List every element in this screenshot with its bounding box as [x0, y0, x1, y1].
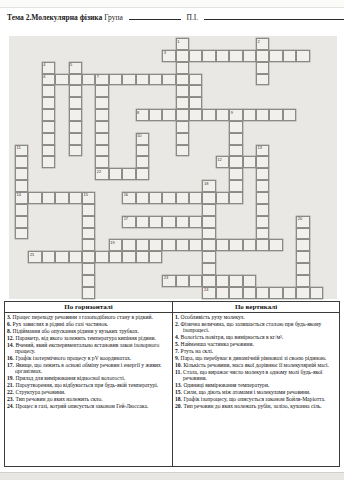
grid-cell[interactable]: [15, 228, 28, 240]
down-header: По вертикалі: [173, 302, 339, 313]
grid-cell[interactable]: [122, 239, 135, 251]
grid-cell[interactable]: [243, 239, 256, 251]
grid-cell[interactable]: [109, 168, 122, 180]
grid-cell[interactable]: [136, 156, 149, 168]
grid-cell[interactable]: [82, 287, 95, 299]
grid-cell[interactable]: [136, 74, 149, 86]
grid-cell[interactable]: [162, 109, 175, 121]
grid-cell[interactable]: [176, 275, 189, 287]
grid-cell[interactable]: [189, 85, 202, 97]
grid-cell[interactable]: [176, 62, 189, 74]
grid-cell[interactable]: [216, 50, 229, 62]
grid-cell[interactable]: 12: [216, 156, 229, 168]
grid-cell[interactable]: [42, 121, 55, 133]
clue-number: 22: [97, 169, 101, 174]
grid-cell[interactable]: [283, 287, 296, 299]
down-clue-list: 1. Особливість руху молекул.2. Фізична в…: [173, 313, 339, 410]
grid-cell[interactable]: [28, 192, 41, 204]
grid-cell[interactable]: [189, 97, 202, 109]
grid-cell[interactable]: 13: [256, 145, 269, 157]
clue-item: 5. Найменша частинка речовини.: [175, 341, 337, 347]
grid-cell[interactable]: [202, 239, 215, 251]
clue-item: 22. Структура речовини.: [7, 389, 170, 395]
grid-cell[interactable]: 7: [95, 74, 108, 86]
grid-cell[interactable]: [176, 192, 189, 204]
grid-cell[interactable]: [42, 85, 55, 97]
grid-cell[interactable]: [149, 109, 162, 121]
grid-cell[interactable]: [42, 145, 55, 157]
grid-cell[interactable]: 11: [15, 145, 28, 157]
name-blank-line[interactable]: [204, 11, 344, 20]
grid-cell[interactable]: [296, 287, 309, 299]
grid-cell[interactable]: [229, 180, 242, 192]
grid-cell[interactable]: [176, 121, 189, 133]
across-clues-column: По горизонталі 3. Процес переходу речови…: [5, 302, 172, 466]
grid-cell[interactable]: [149, 239, 162, 251]
clue-item: 16. Графік ізотермічного процесу в pV ко…: [7, 355, 170, 361]
clue-number: 10: [137, 133, 141, 138]
grid-cell[interactable]: [202, 228, 215, 240]
grid-cell[interactable]: 2: [256, 38, 269, 50]
grid-cell[interactable]: [122, 168, 135, 180]
grid-cell[interactable]: [95, 97, 108, 109]
clue-number: 19: [110, 240, 114, 245]
clue-item: 12. Параметр, від якого залежить темпера…: [7, 335, 170, 341]
clue-number: 24: [204, 287, 208, 292]
grid-cell[interactable]: [162, 216, 175, 228]
grid-cell[interactable]: [189, 109, 202, 121]
grid-cell[interactable]: [256, 156, 269, 168]
grid-cell[interactable]: [269, 287, 282, 299]
clue-item: 20. Тип речовин до яких належать рубін, …: [175, 403, 337, 409]
grid-cell[interactable]: [256, 62, 269, 74]
clue-number: 16: [124, 192, 128, 197]
clue-item: 4. Вологість повітря, що вимірюється в к…: [175, 334, 337, 340]
grid-cell[interactable]: [15, 204, 28, 216]
grid-cell[interactable]: 5: [69, 62, 82, 74]
grid-cell[interactable]: [95, 145, 108, 157]
grid-cell[interactable]: [176, 239, 189, 251]
clue-item: 8. Підіймання або опускання рідини у вуз…: [7, 328, 170, 334]
clue-number: 4: [43, 62, 45, 67]
clue-item: 9. Пара, що перебуває в динамічній рівно…: [175, 355, 337, 361]
clue-item: 1. Особливість руху молекул.: [175, 314, 337, 320]
grid-cell[interactable]: [202, 192, 215, 204]
clue-item: 24. Процес в газі, котрий описується зак…: [7, 403, 170, 409]
clue-number: 18: [204, 181, 208, 186]
grid-cell[interactable]: [202, 216, 215, 228]
grid-cell[interactable]: [149, 251, 162, 263]
grid-cell[interactable]: [82, 263, 95, 275]
grid-cell[interactable]: [256, 109, 269, 121]
grid-cell[interactable]: 15: [82, 192, 95, 204]
clue-item: 11. Стала, що виражає число молекул в од…: [175, 369, 337, 382]
grid-cell[interactable]: [82, 204, 95, 216]
grid-cell[interactable]: 16: [122, 192, 135, 204]
clue-number: 21: [30, 252, 34, 257]
grid-cell[interactable]: [122, 74, 135, 86]
grid-cell[interactable]: 19: [109, 239, 122, 251]
grid-cell[interactable]: 1: [176, 38, 189, 50]
grid-cell[interactable]: [202, 204, 215, 216]
grid-cell[interactable]: 18: [202, 180, 215, 192]
clue-number: 15: [83, 192, 87, 197]
grid-cell[interactable]: [136, 145, 149, 157]
grid-cell[interactable]: 23: [162, 275, 175, 287]
grid-cell[interactable]: [256, 192, 269, 204]
grid-cell[interactable]: [296, 251, 309, 263]
grid-cell[interactable]: [189, 50, 202, 62]
grid-cell[interactable]: [296, 50, 309, 62]
grid-cell[interactable]: [229, 239, 242, 251]
grid-cell[interactable]: [69, 192, 82, 204]
grid-cell[interactable]: [55, 74, 68, 86]
grid-cell[interactable]: [149, 74, 162, 86]
clue-number: 12: [217, 157, 221, 162]
grid-cell[interactable]: [310, 287, 323, 299]
grid-cell[interactable]: [149, 216, 162, 228]
grid-cell[interactable]: [69, 74, 82, 86]
clue-number: 8: [137, 110, 139, 115]
grid-cell[interactable]: [202, 275, 215, 287]
grid-cell[interactable]: [202, 263, 215, 275]
grid-cell[interactable]: [136, 216, 149, 228]
grid-cell[interactable]: [162, 192, 175, 204]
grid-cell[interactable]: [256, 180, 269, 192]
grid-cell[interactable]: [296, 263, 309, 275]
grid-cell[interactable]: 6: [42, 74, 55, 86]
grid-cell[interactable]: [283, 50, 296, 62]
clue-item: 2. Фізична величина, що залишається стал…: [175, 321, 337, 334]
grid-cell[interactable]: 10: [136, 133, 149, 145]
grid-cell[interactable]: [176, 74, 189, 86]
grid-cell[interactable]: [15, 216, 28, 228]
grid-cell[interactable]: [109, 74, 122, 86]
grid-cell[interactable]: [269, 109, 282, 121]
grid-cell[interactable]: [216, 192, 229, 204]
grid-cell[interactable]: [42, 133, 55, 145]
clue-item: 14. Вчений, який експериментально встано…: [7, 342, 170, 355]
clue-number: 7: [97, 74, 99, 79]
clue-item: 7. Ртуть на склі.: [175, 348, 337, 354]
grid-cell[interactable]: [69, 97, 82, 109]
grid-cell[interactable]: [15, 180, 28, 192]
clue-item: 15. Сили, що діють між атомами і молекул…: [175, 389, 337, 395]
grid-cell[interactable]: [42, 192, 55, 204]
grid-cell[interactable]: [202, 251, 215, 263]
grid-cell[interactable]: [176, 133, 189, 145]
grid-cell[interactable]: [189, 216, 202, 228]
grid-cell[interactable]: [269, 239, 282, 251]
grid-cell[interactable]: [136, 239, 149, 251]
grid-cell[interactable]: [95, 109, 108, 121]
clue-number: 13: [258, 145, 262, 150]
page-bottom-edge: [0, 472, 344, 480]
grid-cell[interactable]: [256, 50, 269, 62]
clue-number: 1: [177, 39, 179, 44]
worksheet-page: { "game": "crossword", "title": { "theme…: [0, 0, 344, 480]
clue-number: 14: [17, 192, 21, 197]
grid-cell[interactable]: [82, 239, 95, 251]
grid-cell[interactable]: [243, 156, 256, 168]
clue-number: 3: [164, 50, 166, 55]
grid-cell[interactable]: [69, 145, 82, 157]
grid-cell[interactable]: [176, 216, 189, 228]
grid-cell[interactable]: [176, 145, 189, 157]
group-blank-line[interactable]: [129, 11, 181, 20]
grid-cell[interactable]: [82, 216, 95, 228]
grid-cell[interactable]: 14: [15, 192, 28, 204]
crossword-board: 123456789101113122218141516172019212324: [9, 36, 337, 299]
grid-cell[interactable]: 22: [95, 168, 108, 180]
clue-item: 18. Графік ізопроцесу, що описується зак…: [175, 396, 337, 402]
grid-cell[interactable]: [69, 109, 82, 121]
clue-item: 21. Пароутворення, що відбувається при б…: [7, 382, 170, 388]
grid-cell[interactable]: [283, 109, 296, 121]
grid-cell[interactable]: 9: [229, 109, 242, 121]
clue-number: 5: [70, 62, 72, 67]
grid-cell[interactable]: [216, 287, 229, 299]
grid-cell[interactable]: [149, 192, 162, 204]
grid-cell[interactable]: 4: [42, 62, 55, 74]
grid-cell[interactable]: [122, 251, 135, 263]
grid-cell[interactable]: [229, 145, 242, 157]
grid-cell[interactable]: [176, 109, 189, 121]
grid-cell[interactable]: [136, 192, 149, 204]
grid-cell[interactable]: [229, 121, 242, 133]
grid-cell[interactable]: [256, 228, 269, 240]
grid-cell[interactable]: [42, 251, 55, 263]
grid-cell[interactable]: [82, 228, 95, 240]
grid-cell[interactable]: [82, 251, 95, 263]
grid-cell[interactable]: [229, 168, 242, 180]
down-clues-column: По вертикалі 1. Особливість руху молекул…: [172, 302, 339, 466]
grid-cell[interactable]: [243, 287, 256, 299]
grid-cell[interactable]: [256, 216, 269, 228]
clue-number: 11: [17, 145, 21, 150]
grid-cell[interactable]: [296, 239, 309, 251]
group-label: Група: [104, 13, 123, 22]
grid-cell[interactable]: [269, 50, 282, 62]
across-header: По горизонталі: [5, 302, 172, 313]
grid-cell[interactable]: [95, 133, 108, 145]
title-theme: Тема 2.Молекулярна фізика: [7, 13, 102, 22]
grid-cell[interactable]: [243, 50, 256, 62]
grid-cell[interactable]: [216, 239, 229, 251]
grid-cell[interactable]: [82, 74, 95, 86]
clue-item: 6. Рух завислих в рідині або газі частин…: [7, 321, 170, 327]
grid-cell[interactable]: [189, 74, 202, 86]
grid-cell[interactable]: [95, 121, 108, 133]
grid-cell[interactable]: [229, 50, 242, 62]
crossword-grid: 123456789101113122218141516172019212324: [15, 38, 323, 299]
grid-cell[interactable]: [216, 109, 229, 121]
grid-cell[interactable]: [176, 50, 189, 62]
grid-cell[interactable]: [82, 275, 95, 287]
clue-item: 10. Кількість речовини, маса якої дорівн…: [175, 362, 337, 368]
grid-cell[interactable]: [162, 74, 175, 86]
grid-cell[interactable]: 17: [122, 216, 135, 228]
grid-cell[interactable]: 20: [296, 216, 309, 228]
grid-cell[interactable]: [229, 192, 242, 204]
grid-cell[interactable]: [189, 239, 202, 251]
grid-cell[interactable]: 21: [28, 251, 41, 263]
clue-table: По горизонталі 3. Процес переходу речови…: [4, 301, 340, 467]
grid-cell[interactable]: [256, 168, 269, 180]
grid-cell[interactable]: [229, 156, 242, 168]
grid-cell[interactable]: [55, 251, 68, 263]
grid-cell[interactable]: [216, 275, 229, 287]
grid-cell[interactable]: [136, 251, 149, 263]
grid-cell[interactable]: [95, 251, 108, 263]
clue-number: 6: [43, 74, 45, 79]
name-label: П.І.: [186, 13, 198, 22]
grid-cell[interactable]: [202, 109, 215, 121]
clue-item: 19. Прилад для вимірювання відносної вол…: [7, 375, 170, 381]
grid-cell[interactable]: [202, 50, 215, 62]
grid-cell[interactable]: [109, 251, 122, 263]
grid-cell[interactable]: [15, 168, 28, 180]
grid-cell[interactable]: [95, 156, 108, 168]
clue-number: 17: [124, 216, 128, 221]
grid-cell[interactable]: [229, 133, 242, 145]
grid-cell[interactable]: 24: [202, 287, 215, 299]
grid-cell[interactable]: [189, 192, 202, 204]
worksheet-title: Тема 2.Молекулярна фізика Група П.І.: [7, 11, 337, 22]
across-clue-list: 3. Процес переходу речовини з газоподібн…: [5, 313, 172, 410]
clue-number: 2: [258, 39, 260, 44]
grid-cell[interactable]: [176, 97, 189, 109]
grid-cell[interactable]: [229, 287, 242, 299]
grid-cell[interactable]: [42, 97, 55, 109]
clue-item: 3. Процес переходу речовини з газоподібн…: [7, 314, 170, 320]
grid-cell[interactable]: [296, 275, 309, 287]
grid-cell[interactable]: [162, 239, 175, 251]
grid-cell[interactable]: 8: [136, 109, 149, 121]
grid-cell[interactable]: [256, 239, 269, 251]
grid-cell[interactable]: [15, 156, 28, 168]
grid-cell[interactable]: [42, 109, 55, 121]
grid-cell[interactable]: [243, 275, 256, 287]
grid-cell[interactable]: [256, 287, 269, 299]
grid-cell[interactable]: [69, 133, 82, 145]
clue-number: 9: [231, 110, 233, 115]
grid-cell[interactable]: [69, 85, 82, 97]
grid-cell[interactable]: [136, 168, 149, 180]
page-top-edge: [0, 0, 344, 8]
clue-item: 17. Явище, що лежить в основі обміну реч…: [7, 362, 170, 375]
grid-cell[interactable]: [42, 156, 55, 168]
grid-cell[interactable]: [176, 85, 189, 97]
grid-cell[interactable]: [229, 275, 242, 287]
grid-cell[interactable]: [296, 228, 309, 240]
clue-number: 23: [164, 275, 168, 280]
grid-cell[interactable]: [189, 275, 202, 287]
clue-number: 20: [298, 216, 302, 221]
grid-cell[interactable]: [55, 192, 68, 204]
grid-cell[interactable]: [243, 109, 256, 121]
grid-cell[interactable]: [95, 85, 108, 97]
grid-cell[interactable]: [69, 121, 82, 133]
clue-item: 23. Тип речовин до яких належить скло.: [7, 396, 170, 402]
grid-cell[interactable]: [256, 74, 269, 86]
grid-cell[interactable]: [256, 204, 269, 216]
grid-cell[interactable]: [69, 251, 82, 263]
clue-item: 13. Одиниці вимірювання температури.: [175, 382, 337, 388]
grid-cell[interactable]: 3: [162, 50, 175, 62]
